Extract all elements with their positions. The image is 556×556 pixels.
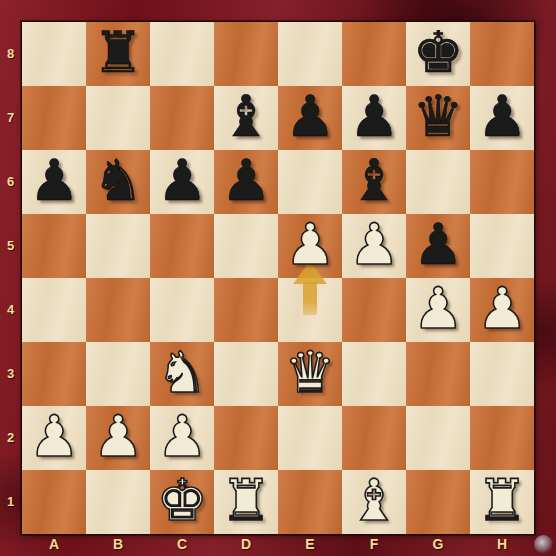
square-h4[interactable]: ♟ — [470, 278, 534, 342]
square-f7[interactable]: ♟ — [342, 86, 406, 150]
square-c8[interactable] — [150, 22, 214, 86]
square-c1[interactable]: ♚ — [150, 470, 214, 534]
square-h2[interactable] — [470, 406, 534, 470]
white-pawn-f5[interactable]: ♟ — [348, 212, 399, 276]
square-h6[interactable] — [470, 150, 534, 214]
white-pawn-g4[interactable]: ♟ — [412, 276, 463, 340]
square-b6[interactable]: ♞ — [86, 150, 150, 214]
square-d4[interactable] — [214, 278, 278, 342]
square-e5[interactable]: ♟ — [278, 214, 342, 278]
square-h3[interactable] — [470, 342, 534, 406]
black-knight-b6[interactable]: ♞ — [92, 148, 143, 212]
white-pawn-c2[interactable]: ♟ — [156, 404, 207, 468]
black-pawn-d6[interactable]: ♟ — [220, 148, 271, 212]
rank-label-7: 7 — [0, 86, 21, 150]
square-d3[interactable] — [214, 342, 278, 406]
square-c4[interactable] — [150, 278, 214, 342]
square-d7[interactable]: ♝ — [214, 86, 278, 150]
file-label-A: A — [22, 535, 86, 556]
rank-label-4: 4 — [0, 278, 21, 342]
black-pawn-f7[interactable]: ♟ — [348, 84, 399, 148]
file-label-B: B — [86, 535, 150, 556]
black-pawn-e7[interactable]: ♟ — [284, 84, 335, 148]
rank-label-6: 6 — [0, 150, 21, 214]
square-c6[interactable]: ♟ — [150, 150, 214, 214]
square-g5[interactable]: ♟ — [406, 214, 470, 278]
square-c2[interactable]: ♟ — [150, 406, 214, 470]
white-rook-d1[interactable]: ♜ — [220, 468, 271, 532]
square-a5[interactable] — [22, 214, 86, 278]
square-a7[interactable] — [22, 86, 86, 150]
black-pawn-h7[interactable]: ♟ — [476, 84, 527, 148]
rank-label-8: 8 — [0, 22, 21, 86]
black-bishop-f6[interactable]: ♝ — [348, 148, 399, 212]
square-f8[interactable] — [342, 22, 406, 86]
square-e3[interactable]: ♛ — [278, 342, 342, 406]
square-h1[interactable]: ♜ — [470, 470, 534, 534]
square-b2[interactable]: ♟ — [86, 406, 150, 470]
square-a8[interactable] — [22, 22, 86, 86]
square-h5[interactable] — [470, 214, 534, 278]
square-b8[interactable]: ♜ — [86, 22, 150, 86]
white-pawn-e5[interactable]: ♟ — [284, 212, 335, 276]
black-rook-b8[interactable]: ♜ — [92, 20, 143, 84]
square-g1[interactable] — [406, 470, 470, 534]
black-pawn-a6[interactable]: ♟ — [28, 148, 79, 212]
white-bishop-f1[interactable]: ♝ — [348, 468, 399, 532]
square-d2[interactable] — [214, 406, 278, 470]
square-c7[interactable] — [150, 86, 214, 150]
square-b1[interactable] — [86, 470, 150, 534]
square-a3[interactable] — [22, 342, 86, 406]
square-g8[interactable]: ♚ — [406, 22, 470, 86]
square-g2[interactable] — [406, 406, 470, 470]
square-a2[interactable]: ♟ — [22, 406, 86, 470]
square-e7[interactable]: ♟ — [278, 86, 342, 150]
square-d5[interactable] — [214, 214, 278, 278]
square-a4[interactable] — [22, 278, 86, 342]
square-d8[interactable] — [214, 22, 278, 86]
file-label-D: D — [214, 535, 278, 556]
square-g7[interactable]: ♛ — [406, 86, 470, 150]
arrow-shaft — [303, 282, 317, 315]
square-b7[interactable] — [86, 86, 150, 150]
square-g3[interactable] — [406, 342, 470, 406]
rank-label-5: 5 — [0, 214, 21, 278]
square-b5[interactable] — [86, 214, 150, 278]
white-pawn-h4[interactable]: ♟ — [476, 276, 527, 340]
square-f3[interactable] — [342, 342, 406, 406]
white-pawn-a2[interactable]: ♟ — [28, 404, 79, 468]
square-c3[interactable]: ♞ — [150, 342, 214, 406]
white-king-c1[interactable]: ♚ — [156, 468, 207, 532]
rank-label-1: 1 — [0, 470, 21, 534]
black-pawn-g5[interactable]: ♟ — [412, 212, 463, 276]
white-knight-c3[interactable]: ♞ — [156, 340, 207, 404]
square-h7[interactable]: ♟ — [470, 86, 534, 150]
file-label-F: F — [342, 535, 406, 556]
white-pawn-b2[interactable]: ♟ — [92, 404, 143, 468]
square-e6[interactable] — [278, 150, 342, 214]
square-d6[interactable]: ♟ — [214, 150, 278, 214]
file-label-C: C — [150, 535, 214, 556]
file-label-H: H — [470, 535, 534, 556]
square-e1[interactable] — [278, 470, 342, 534]
square-e2[interactable] — [278, 406, 342, 470]
chess-board: ♜♚♝♟♟♛♟♟♞♟♟♝♟♟♟♟♟♞♛♟♟♟♚♜♝♜ — [21, 21, 535, 535]
square-b3[interactable] — [86, 342, 150, 406]
square-a6[interactable]: ♟ — [22, 150, 86, 214]
square-h8[interactable] — [470, 22, 534, 86]
board-frame: ♜♚♝♟♟♛♟♟♞♟♟♝♟♟♟♟♟♞♛♟♟♟♚♜♝♜ 87654321 ABCD… — [0, 0, 556, 556]
black-bishop-d7[interactable]: ♝ — [220, 84, 271, 148]
file-label-E: E — [278, 535, 342, 556]
white-queen-e3[interactable]: ♛ — [284, 340, 335, 404]
square-f6[interactable]: ♝ — [342, 150, 406, 214]
corner-dot-icon — [534, 535, 553, 554]
white-rook-h1[interactable]: ♜ — [476, 468, 527, 532]
square-f4[interactable] — [342, 278, 406, 342]
black-queen-g7[interactable]: ♛ — [412, 84, 463, 148]
square-f2[interactable] — [342, 406, 406, 470]
square-b4[interactable] — [86, 278, 150, 342]
black-pawn-c6[interactable]: ♟ — [156, 148, 207, 212]
square-f1[interactable]: ♝ — [342, 470, 406, 534]
rank-label-3: 3 — [0, 342, 21, 406]
square-g6[interactable] — [406, 150, 470, 214]
square-d1[interactable]: ♜ — [214, 470, 278, 534]
file-label-G: G — [406, 535, 470, 556]
square-e8[interactable] — [278, 22, 342, 86]
square-f5[interactable]: ♟ — [342, 214, 406, 278]
rank-label-2: 2 — [0, 406, 21, 470]
square-a1[interactable] — [22, 470, 86, 534]
square-g4[interactable]: ♟ — [406, 278, 470, 342]
black-king-g8[interactable]: ♚ — [412, 20, 463, 84]
square-c5[interactable] — [150, 214, 214, 278]
